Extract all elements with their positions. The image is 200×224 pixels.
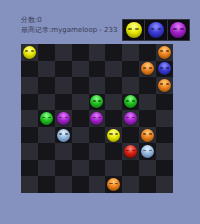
board-cell[interactable] — [156, 61, 173, 78]
board-cell[interactable] — [89, 143, 106, 160]
board-cell[interactable] — [38, 44, 55, 61]
board-cell[interactable] — [139, 77, 156, 94]
ball-orange[interactable] — [107, 178, 120, 191]
ball-blue[interactable] — [158, 62, 171, 75]
record-label: 最高记录:mygameloop - 233 — [21, 25, 117, 35]
board-cell[interactable] — [55, 160, 72, 177]
board-cell[interactable] — [105, 61, 122, 78]
board-cell[interactable] — [89, 77, 106, 94]
board-cell[interactable] — [139, 143, 156, 160]
board-cell[interactable] — [72, 77, 89, 94]
board-cell[interactable] — [139, 94, 156, 111]
board-cell[interactable] — [72, 143, 89, 160]
ball-cyan[interactable] — [57, 129, 70, 142]
ball-yellow[interactable] — [23, 46, 36, 59]
board-cell[interactable] — [122, 160, 139, 177]
ball-purple[interactable] — [57, 112, 70, 125]
board-cell[interactable] — [156, 143, 173, 160]
board-cell[interactable] — [38, 77, 55, 94]
ball-purple[interactable] — [124, 112, 137, 125]
board-cell[interactable] — [139, 44, 156, 61]
board-cell[interactable] — [105, 77, 122, 94]
board-cell[interactable] — [156, 44, 173, 61]
board-cell[interactable] — [38, 176, 55, 193]
board-cell[interactable] — [122, 44, 139, 61]
ball-orange[interactable] — [158, 79, 171, 92]
board-cell[interactable] — [139, 160, 156, 177]
board-cell[interactable] — [105, 176, 122, 193]
board-cell[interactable] — [89, 127, 106, 144]
board-cell[interactable] — [122, 143, 139, 160]
board-cell[interactable] — [38, 110, 55, 127]
ball-yellow[interactable] — [107, 129, 120, 142]
ball-orange[interactable] — [141, 129, 154, 142]
board-cell[interactable] — [21, 127, 38, 144]
board-cell[interactable] — [156, 127, 173, 144]
board-cell[interactable] — [38, 127, 55, 144]
next-ball-yellow — [126, 22, 142, 38]
board-cell[interactable] — [105, 143, 122, 160]
next-ball-blue — [148, 22, 164, 38]
board-cell[interactable] — [55, 176, 72, 193]
board-cell[interactable] — [55, 44, 72, 61]
next-ball-purple — [170, 22, 186, 38]
board-cell[interactable] — [122, 61, 139, 78]
board-cell[interactable] — [156, 110, 173, 127]
board-cell[interactable] — [21, 61, 38, 78]
board-cell[interactable] — [139, 176, 156, 193]
board-cell[interactable] — [105, 160, 122, 177]
board-cell[interactable] — [72, 127, 89, 144]
board-cell[interactable] — [156, 94, 173, 111]
board-cell[interactable] — [21, 94, 38, 111]
board-cell[interactable] — [122, 127, 139, 144]
game-board[interactable] — [21, 44, 173, 193]
board-cell[interactable] — [38, 160, 55, 177]
ball-orange[interactable] — [158, 46, 171, 59]
board-cell[interactable] — [105, 44, 122, 61]
board-cell[interactable] — [55, 94, 72, 111]
board-cell[interactable] — [122, 110, 139, 127]
board-cell[interactable] — [55, 61, 72, 78]
ball-red[interactable] — [124, 145, 137, 158]
next-ball-cell — [145, 20, 166, 40]
ball-green[interactable] — [40, 112, 53, 125]
board-cell[interactable] — [38, 94, 55, 111]
board-cell[interactable] — [139, 61, 156, 78]
board-cell[interactable] — [89, 94, 106, 111]
board-cell[interactable] — [122, 94, 139, 111]
board-cell[interactable] — [72, 44, 89, 61]
board-cell[interactable] — [55, 127, 72, 144]
board-cell[interactable] — [21, 44, 38, 61]
board-cell[interactable] — [156, 160, 173, 177]
board-cell[interactable] — [89, 44, 106, 61]
board-cell[interactable] — [21, 77, 38, 94]
board-cell[interactable] — [122, 176, 139, 193]
board-cell[interactable] — [38, 61, 55, 78]
next-balls-panel — [122, 19, 190, 41]
board-cell[interactable] — [72, 160, 89, 177]
ball-green[interactable] — [90, 95, 103, 108]
board-cell[interactable] — [55, 143, 72, 160]
board-cell[interactable] — [21, 176, 38, 193]
board-cell[interactable] — [21, 160, 38, 177]
board-cell[interactable] — [139, 110, 156, 127]
score-label: 分数:0 — [21, 15, 117, 25]
board-cell[interactable] — [21, 143, 38, 160]
board-cell[interactable] — [72, 61, 89, 78]
board-cell[interactable] — [72, 176, 89, 193]
score-hud: 分数:0 最高记录:mygameloop - 233 — [21, 15, 117, 35]
board-cell[interactable] — [89, 110, 106, 127]
board-cell[interactable] — [122, 77, 139, 94]
board-cell[interactable] — [139, 127, 156, 144]
ball-orange[interactable] — [141, 62, 154, 75]
board-cell[interactable] — [89, 176, 106, 193]
board-cell[interactable] — [105, 127, 122, 144]
board-cell[interactable] — [105, 94, 122, 111]
board-cell[interactable] — [55, 110, 72, 127]
board-cell[interactable] — [55, 77, 72, 94]
board-cell[interactable] — [156, 176, 173, 193]
board-cell[interactable] — [21, 110, 38, 127]
next-ball-cell — [123, 20, 144, 40]
ball-cyan[interactable] — [141, 145, 154, 158]
board-cell[interactable] — [89, 160, 106, 177]
board-cell[interactable] — [38, 143, 55, 160]
ball-purple[interactable] — [90, 112, 103, 125]
board-cell[interactable] — [105, 110, 122, 127]
board-cell[interactable] — [72, 110, 89, 127]
board-cell[interactable] — [89, 61, 106, 78]
board-cell[interactable] — [72, 94, 89, 111]
board-cell[interactable] — [156, 77, 173, 94]
ball-green[interactable] — [124, 95, 137, 108]
next-ball-cell — [168, 20, 189, 40]
